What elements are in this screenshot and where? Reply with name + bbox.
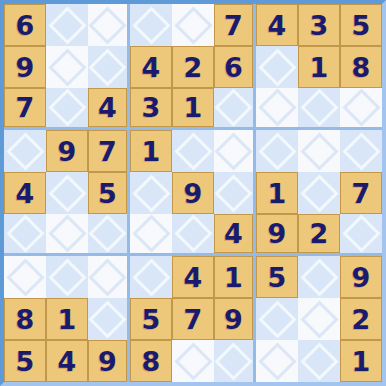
cell-r4c2: 9 <box>46 130 88 172</box>
cell-r7c8[interactable] <box>298 256 340 298</box>
cell-r5c9: 7 <box>340 172 382 214</box>
cell-r4c1[interactable] <box>4 130 46 172</box>
diamond-icon <box>132 214 170 252</box>
given-digit: 9 <box>224 306 243 333</box>
diamond-icon <box>300 174 338 212</box>
cell-r5c3: 5 <box>88 172 130 214</box>
cell-r5c6[interactable] <box>214 172 256 214</box>
diamond-icon <box>48 88 86 126</box>
cell-r5c7: 1 <box>256 172 298 214</box>
cell-r9c2: 4 <box>46 340 88 382</box>
diamond-icon <box>214 342 252 380</box>
cell-r3c7[interactable] <box>256 88 298 130</box>
cell-r3c6[interactable] <box>214 88 256 130</box>
diamond-icon <box>132 258 170 296</box>
cell-r3c1: 7 <box>4 88 46 130</box>
cell-r2c1: 9 <box>4 46 46 88</box>
cell-r7c2[interactable] <box>46 256 88 298</box>
cell-r6c8: 2 <box>298 214 340 256</box>
diamond-icon <box>174 6 212 44</box>
cell-r1c9: 5 <box>340 4 382 46</box>
cell-r4c3: 7 <box>88 130 130 172</box>
diamond-icon <box>132 6 170 44</box>
cell-r4c6[interactable] <box>214 130 256 172</box>
given-digit: 8 <box>352 54 371 81</box>
diamond-icon <box>88 48 126 86</box>
diamond-icon <box>6 214 44 252</box>
diamond-icon <box>132 174 170 212</box>
given-digit: 3 <box>310 12 329 39</box>
cell-r6c1[interactable] <box>4 214 46 256</box>
given-digit: 1 <box>352 348 371 375</box>
diamond-icon <box>300 342 338 380</box>
cell-r6c9[interactable] <box>340 214 382 256</box>
cell-r1c7: 4 <box>256 4 298 46</box>
diamond-icon <box>88 6 126 44</box>
given-digit: 4 <box>142 54 161 81</box>
sudoku-board: 6743594261874319714591749241598157925498… <box>0 0 386 386</box>
given-digit: 4 <box>268 12 287 39</box>
diamond-icon <box>88 300 126 338</box>
cell-r1c5[interactable] <box>172 4 214 46</box>
cell-r4c8[interactable] <box>298 130 340 172</box>
cell-r4c9[interactable] <box>340 130 382 172</box>
cell-r8c2: 1 <box>46 298 88 340</box>
given-digit: 7 <box>184 306 203 333</box>
cell-r6c3[interactable] <box>88 214 130 256</box>
cell-r1c8: 3 <box>298 4 340 46</box>
diamond-icon <box>300 132 338 170</box>
cell-r3c2[interactable] <box>46 88 88 130</box>
cell-r3c5: 1 <box>172 88 214 130</box>
cell-r3c4: 3 <box>130 88 172 130</box>
cell-r5c8[interactable] <box>298 172 340 214</box>
diamond-icon <box>300 300 338 338</box>
given-digit: 1 <box>58 306 77 333</box>
diamond-icon <box>214 132 252 170</box>
cell-r2c4: 4 <box>130 46 172 88</box>
cell-r4c5[interactable] <box>172 130 214 172</box>
cell-r9c3: 9 <box>88 340 130 382</box>
given-digit: 6 <box>16 12 35 39</box>
diamond-icon <box>300 258 338 296</box>
given-digit: 9 <box>58 138 77 165</box>
diamond-icon <box>174 342 212 380</box>
cell-r9c5[interactable] <box>172 340 214 382</box>
diamond-icon <box>48 48 86 86</box>
cell-r7c6: 1 <box>214 256 256 298</box>
cell-r8c5: 7 <box>172 298 214 340</box>
given-digit: 8 <box>142 348 161 375</box>
cell-r5c2[interactable] <box>46 172 88 214</box>
given-digit: 9 <box>268 220 287 247</box>
given-digit: 5 <box>268 264 287 291</box>
cell-r2c3[interactable] <box>88 46 130 88</box>
given-digit: 2 <box>310 220 329 247</box>
given-digit: 5 <box>98 180 117 207</box>
cell-r8c9: 2 <box>340 298 382 340</box>
cell-r3c8[interactable] <box>298 88 340 130</box>
cell-r8c4: 5 <box>130 298 172 340</box>
given-digit: 7 <box>98 138 117 165</box>
cell-r9c4: 8 <box>130 340 172 382</box>
given-digit: 5 <box>142 306 161 333</box>
cell-r7c9: 9 <box>340 256 382 298</box>
cell-r9c7[interactable] <box>256 340 298 382</box>
cell-r8c7[interactable] <box>256 298 298 340</box>
cell-r9c9: 1 <box>340 340 382 382</box>
cell-r6c2[interactable] <box>46 214 88 256</box>
cell-r6c5[interactable] <box>172 214 214 256</box>
given-digit: 4 <box>224 220 243 247</box>
cell-r2c5: 2 <box>172 46 214 88</box>
cell-r7c7: 5 <box>256 256 298 298</box>
given-digit: 3 <box>142 94 161 121</box>
diamond-icon <box>214 88 252 126</box>
given-digit: 6 <box>224 54 243 81</box>
diamond-icon <box>88 258 126 296</box>
diamond-icon <box>174 214 212 252</box>
diamond-icon <box>48 214 86 252</box>
cell-r3c3: 4 <box>88 88 130 130</box>
cell-r8c6: 9 <box>214 298 256 340</box>
cell-r2c2[interactable] <box>46 46 88 88</box>
diamond-icon <box>48 258 86 296</box>
given-digit: 9 <box>98 348 117 375</box>
cell-r2c6: 6 <box>214 46 256 88</box>
cell-r1c1: 6 <box>4 4 46 46</box>
cell-r7c4[interactable] <box>130 256 172 298</box>
cell-r8c8[interactable] <box>298 298 340 340</box>
cell-r1c3[interactable] <box>88 4 130 46</box>
cell-r9c8[interactable] <box>298 340 340 382</box>
given-digit: 5 <box>16 348 35 375</box>
cell-r4c7[interactable] <box>256 130 298 172</box>
given-digit: 8 <box>16 306 35 333</box>
cell-r5c1: 4 <box>4 172 46 214</box>
diamond-icon <box>258 48 296 86</box>
given-digit: 4 <box>58 348 77 375</box>
given-digit: 1 <box>310 54 329 81</box>
diamond-icon <box>258 132 296 170</box>
cell-r6c4[interactable] <box>130 214 172 256</box>
cell-r6c7: 9 <box>256 214 298 256</box>
diamond-icon <box>342 132 380 170</box>
cell-r5c4[interactable] <box>130 172 172 214</box>
given-digit: 9 <box>352 264 371 291</box>
given-digit: 2 <box>184 54 203 81</box>
given-digit: 4 <box>184 264 203 291</box>
cell-r8c3[interactable] <box>88 298 130 340</box>
given-digit: 2 <box>352 306 371 333</box>
cell-r6c6: 4 <box>214 214 256 256</box>
cell-r2c9: 8 <box>340 46 382 88</box>
given-digit: 7 <box>16 94 35 121</box>
cell-r4c4: 1 <box>130 130 172 172</box>
diamond-icon <box>88 214 126 252</box>
cell-r8c1: 8 <box>4 298 46 340</box>
diamond-icon <box>6 258 44 296</box>
diamond-icon <box>174 132 212 170</box>
diamond-icon <box>48 6 86 44</box>
cell-r7c1[interactable] <box>4 256 46 298</box>
cell-r2c7[interactable] <box>256 46 298 88</box>
cell-r1c4[interactable] <box>130 4 172 46</box>
cell-r3c9[interactable] <box>340 88 382 130</box>
given-digit: 1 <box>142 138 161 165</box>
cell-r7c3[interactable] <box>88 256 130 298</box>
given-digit: 1 <box>184 94 203 121</box>
diamond-icon <box>342 214 380 252</box>
diamond-icon <box>48 174 86 212</box>
given-digit: 7 <box>352 180 371 207</box>
given-digit: 1 <box>224 264 243 291</box>
diamond-icon <box>258 300 296 338</box>
given-digit: 1 <box>268 180 287 207</box>
diamond-icon <box>300 88 338 126</box>
diamond-icon <box>258 88 296 126</box>
cell-r7c5: 4 <box>172 256 214 298</box>
cell-r9c1: 5 <box>4 340 46 382</box>
cell-r5c5: 9 <box>172 172 214 214</box>
cell-r1c6: 7 <box>214 4 256 46</box>
given-digit: 4 <box>98 94 117 121</box>
diamond-icon <box>258 342 296 380</box>
given-digit: 7 <box>224 12 243 39</box>
diamond-icon <box>342 88 380 126</box>
cell-r2c8: 1 <box>298 46 340 88</box>
cell-r1c2[interactable] <box>46 4 88 46</box>
given-digit: 5 <box>352 12 371 39</box>
given-digit: 4 <box>16 180 35 207</box>
cell-r9c6[interactable] <box>214 340 256 382</box>
given-digit: 9 <box>184 180 203 207</box>
diamond-icon <box>6 132 44 170</box>
diamond-icon <box>214 174 252 212</box>
given-digit: 9 <box>16 54 35 81</box>
